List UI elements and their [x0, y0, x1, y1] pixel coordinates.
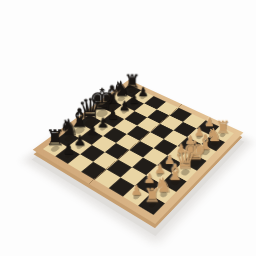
rook-glyph: ♜: [130, 187, 175, 206]
square-a1: ♜: [138, 194, 165, 215]
pawn-glyph: ♟: [48, 142, 89, 156]
board-grid: ♜♞♝♛♚♝♞♜♟♟♟♟♟♟♟♟♟♟♟♟♟♟♟♟♜♞♝♛♚♝♞♜: [43, 85, 234, 215]
board-frame: ♜♞♝♛♚♝♞♜♟♟♟♟♟♟♟♟♟♟♟♟♟♟♟♟♜♞♝♛♚♝♞♜: [33, 80, 244, 224]
chess-board: ♜♞♝♛♚♝♞♜♟♟♟♟♟♟♟♟♟♟♟♟♟♟♟♟♜♞♝♛♚♝♞♜: [33, 80, 244, 224]
photo-canvas: ♜♞♝♛♚♝♞♜♟♟♟♟♟♟♟♟♟♟♟♟♟♟♟♟♜♞♝♛♚♝♞♜: [0, 0, 256, 256]
